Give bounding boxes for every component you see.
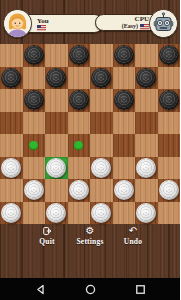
robot-icon bbox=[149, 9, 178, 38]
white-piece[interactable] bbox=[114, 180, 134, 200]
square-r2c4 bbox=[90, 89, 113, 112]
black-piece[interactable] bbox=[46, 68, 66, 88]
white-piece[interactable] bbox=[1, 158, 21, 178]
white-piece[interactable] bbox=[69, 180, 89, 200]
android-navbar bbox=[0, 278, 180, 300]
nav-back-icon[interactable] bbox=[33, 283, 47, 295]
us-flag-icon bbox=[140, 24, 149, 30]
square-r4c5[interactable] bbox=[113, 134, 136, 157]
square-r1c1 bbox=[23, 67, 46, 90]
white-piece[interactable] bbox=[91, 203, 111, 223]
square-r7c5 bbox=[113, 202, 136, 225]
square-r2c5[interactable] bbox=[113, 89, 136, 112]
square-r4c2 bbox=[45, 134, 68, 157]
square-r2c7[interactable] bbox=[158, 89, 181, 112]
square-r1c3 bbox=[68, 67, 91, 90]
white-piece[interactable] bbox=[24, 180, 44, 200]
square-r7c1 bbox=[23, 202, 46, 225]
square-r1c6[interactable] bbox=[135, 67, 158, 90]
nav-recents-icon[interactable] bbox=[133, 283, 147, 295]
square-r1c0[interactable] bbox=[0, 67, 23, 90]
square-r5c4[interactable] bbox=[90, 157, 113, 180]
square-r0c3[interactable] bbox=[68, 44, 91, 67]
square-r5c1 bbox=[23, 157, 46, 180]
square-r4c1[interactable] bbox=[23, 134, 46, 157]
square-r7c4[interactable] bbox=[90, 202, 113, 225]
white-piece[interactable] bbox=[136, 158, 156, 178]
gear-icon: ⚙ bbox=[86, 226, 95, 236]
white-piece[interactable] bbox=[159, 180, 179, 200]
square-r0c6 bbox=[135, 44, 158, 67]
square-r6c0 bbox=[0, 179, 23, 202]
square-r0c0 bbox=[0, 44, 23, 67]
square-r1c5 bbox=[113, 67, 136, 90]
square-r0c1[interactable] bbox=[23, 44, 46, 67]
square-r7c3 bbox=[68, 202, 91, 225]
black-piece[interactable] bbox=[136, 68, 156, 88]
square-r5c2[interactable] bbox=[45, 157, 68, 180]
quit-label: Quit bbox=[39, 237, 54, 246]
square-r4c4 bbox=[90, 134, 113, 157]
black-piece[interactable] bbox=[91, 68, 111, 88]
nav-home-icon[interactable] bbox=[83, 283, 97, 295]
square-r1c4[interactable] bbox=[90, 67, 113, 90]
white-piece[interactable] bbox=[46, 158, 66, 178]
black-piece[interactable] bbox=[69, 90, 89, 110]
square-r6c3[interactable] bbox=[68, 179, 91, 202]
board bbox=[0, 44, 180, 224]
black-piece[interactable] bbox=[24, 90, 44, 110]
settings-button[interactable]: ⚙ Settings bbox=[66, 226, 114, 246]
square-r3c4[interactable] bbox=[90, 112, 113, 135]
square-r3c6[interactable] bbox=[135, 112, 158, 135]
player-name-you: You bbox=[37, 17, 49, 25]
square-r2c6 bbox=[135, 89, 158, 112]
black-piece[interactable] bbox=[159, 90, 179, 110]
square-r6c6 bbox=[135, 179, 158, 202]
black-piece[interactable] bbox=[24, 45, 44, 65]
square-r3c5 bbox=[113, 112, 136, 135]
square-r5c7 bbox=[158, 157, 181, 180]
square-r0c4 bbox=[90, 44, 113, 67]
undo-label: Undo bbox=[124, 237, 142, 246]
game-screen: You CPU (Easy) bbox=[0, 0, 180, 300]
square-r7c0[interactable] bbox=[0, 202, 23, 225]
black-piece[interactable] bbox=[159, 45, 179, 65]
white-piece[interactable] bbox=[46, 203, 66, 223]
player-name-cpu: CPU bbox=[135, 15, 149, 23]
black-piece[interactable] bbox=[1, 68, 21, 88]
square-r0c7[interactable] bbox=[158, 44, 181, 67]
square-r3c3 bbox=[68, 112, 91, 135]
square-r0c2 bbox=[45, 44, 68, 67]
square-r1c7 bbox=[158, 67, 181, 90]
us-flag-icon bbox=[37, 25, 46, 31]
square-r2c3[interactable] bbox=[68, 89, 91, 112]
square-r6c4 bbox=[90, 179, 113, 202]
square-r4c7[interactable] bbox=[158, 134, 181, 157]
avatar-you-icon bbox=[3, 9, 32, 38]
square-r4c0 bbox=[0, 134, 23, 157]
square-r5c3 bbox=[68, 157, 91, 180]
square-r6c1[interactable] bbox=[23, 179, 46, 202]
square-r3c1 bbox=[23, 112, 46, 135]
black-piece[interactable] bbox=[114, 90, 134, 110]
cpu-difficulty: (Easy) bbox=[122, 23, 138, 30]
quit-icon bbox=[43, 226, 52, 236]
square-r2c1[interactable] bbox=[23, 89, 46, 112]
black-piece[interactable] bbox=[114, 45, 134, 65]
square-r7c7 bbox=[158, 202, 181, 225]
square-r7c2[interactable] bbox=[45, 202, 68, 225]
square-r4c6 bbox=[135, 134, 158, 157]
white-piece[interactable] bbox=[1, 203, 21, 223]
white-piece[interactable] bbox=[91, 158, 111, 178]
white-piece[interactable] bbox=[136, 203, 156, 223]
square-r6c7[interactable] bbox=[158, 179, 181, 202]
square-r3c0[interactable] bbox=[0, 112, 23, 135]
move-hint-dot[interactable] bbox=[29, 141, 38, 150]
square-r0c5[interactable] bbox=[113, 44, 136, 67]
square-r4c3[interactable] bbox=[68, 134, 91, 157]
square-r5c5 bbox=[113, 157, 136, 180]
square-r2c0 bbox=[0, 89, 23, 112]
square-r6c2 bbox=[45, 179, 68, 202]
square-r5c6[interactable] bbox=[135, 157, 158, 180]
square-r7c6[interactable] bbox=[135, 202, 158, 225]
square-r3c2[interactable] bbox=[45, 112, 68, 135]
settings-label: Settings bbox=[76, 237, 103, 246]
move-hint-dot[interactable] bbox=[74, 141, 83, 150]
square-r6c5[interactable] bbox=[113, 179, 136, 202]
square-r2c2 bbox=[45, 89, 68, 112]
square-r5c0[interactable] bbox=[0, 157, 23, 180]
square-r3c7 bbox=[158, 112, 181, 135]
quit-button[interactable]: Quit bbox=[28, 226, 66, 246]
undo-icon: ↶ bbox=[129, 226, 137, 236]
black-piece[interactable] bbox=[69, 45, 89, 65]
undo-button[interactable]: ↶ Undo bbox=[114, 226, 152, 246]
square-r1c2[interactable] bbox=[45, 67, 68, 90]
